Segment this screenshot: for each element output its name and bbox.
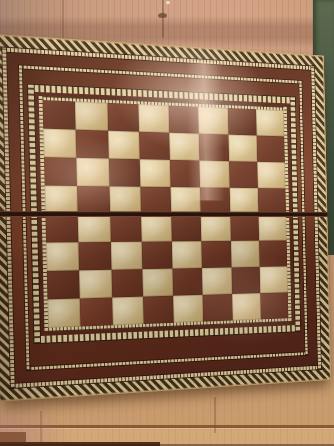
square-f4[interactable]	[201, 214, 231, 241]
square-a4[interactable]	[45, 214, 78, 242]
square-b4[interactable]	[78, 214, 110, 242]
square-c6[interactable]	[108, 159, 140, 187]
square-a3[interactable]	[46, 242, 79, 271]
square-d4[interactable]	[141, 214, 172, 241]
square-h6[interactable]	[257, 162, 285, 189]
square-f6[interactable]	[200, 161, 230, 188]
square-h5[interactable]	[258, 188, 286, 214]
square-a6[interactable]	[44, 157, 77, 186]
plank-seam	[62, 0, 64, 40]
square-e7[interactable]	[169, 133, 199, 161]
wood-speck	[166, 1, 170, 4]
square-g1[interactable]	[232, 293, 261, 320]
square-d2[interactable]	[142, 269, 173, 297]
square-c8[interactable]	[107, 103, 139, 132]
square-e3[interactable]	[172, 241, 202, 268]
square-e8[interactable]	[169, 105, 199, 133]
square-g8[interactable]	[227, 108, 256, 136]
square-c3[interactable]	[110, 242, 142, 270]
wood-knot	[158, 13, 167, 18]
square-b7[interactable]	[76, 130, 109, 159]
square-f2[interactable]	[202, 267, 232, 294]
square-b1[interactable]	[80, 298, 112, 327]
square-g4[interactable]	[230, 214, 259, 241]
square-h4[interactable]	[258, 214, 286, 240]
square-h8[interactable]	[256, 109, 284, 136]
plank-seam	[214, 397, 216, 433]
square-h1[interactable]	[260, 292, 288, 319]
square-h3[interactable]	[259, 240, 287, 266]
square-c4[interactable]	[110, 214, 142, 242]
square-b3[interactable]	[79, 242, 111, 270]
square-a5[interactable]	[45, 186, 78, 215]
square-b6[interactable]	[77, 158, 110, 187]
square-d6[interactable]	[139, 159, 170, 187]
square-h7[interactable]	[256, 136, 284, 163]
hinge-seam	[0, 211, 327, 217]
square-b8[interactable]	[75, 101, 108, 130]
square-b2[interactable]	[79, 270, 111, 299]
square-g5[interactable]	[229, 188, 258, 215]
square-f8[interactable]	[198, 107, 228, 135]
square-b5[interactable]	[77, 186, 110, 214]
plank-seam	[162, 0, 164, 38]
square-e5[interactable]	[171, 187, 201, 214]
square-f3[interactable]	[201, 241, 231, 268]
square-d7[interactable]	[139, 132, 170, 160]
square-e2[interactable]	[172, 268, 202, 296]
square-c1[interactable]	[112, 297, 144, 326]
square-d5[interactable]	[140, 187, 171, 215]
square-f1[interactable]	[203, 294, 233, 322]
square-a7[interactable]	[43, 129, 76, 158]
square-c5[interactable]	[109, 186, 141, 214]
square-e6[interactable]	[170, 160, 200, 188]
square-g2[interactable]	[231, 267, 260, 294]
photo-scene	[0, 0, 334, 446]
square-a8[interactable]	[42, 100, 75, 130]
square-g7[interactable]	[228, 135, 257, 162]
square-d8[interactable]	[138, 104, 169, 133]
square-h2[interactable]	[259, 266, 287, 293]
square-f7[interactable]	[199, 134, 229, 162]
square-c7[interactable]	[108, 131, 140, 160]
square-c2[interactable]	[111, 269, 143, 297]
square-g6[interactable]	[229, 161, 258, 188]
square-d3[interactable]	[141, 241, 172, 269]
chess-board	[0, 34, 331, 402]
square-e4[interactable]	[171, 214, 201, 241]
square-d1[interactable]	[143, 296, 174, 324]
square-e1[interactable]	[173, 295, 203, 323]
square-g3[interactable]	[230, 241, 259, 268]
square-a2[interactable]	[47, 270, 80, 299]
square-f5[interactable]	[200, 187, 230, 214]
square-a1[interactable]	[47, 298, 80, 327]
